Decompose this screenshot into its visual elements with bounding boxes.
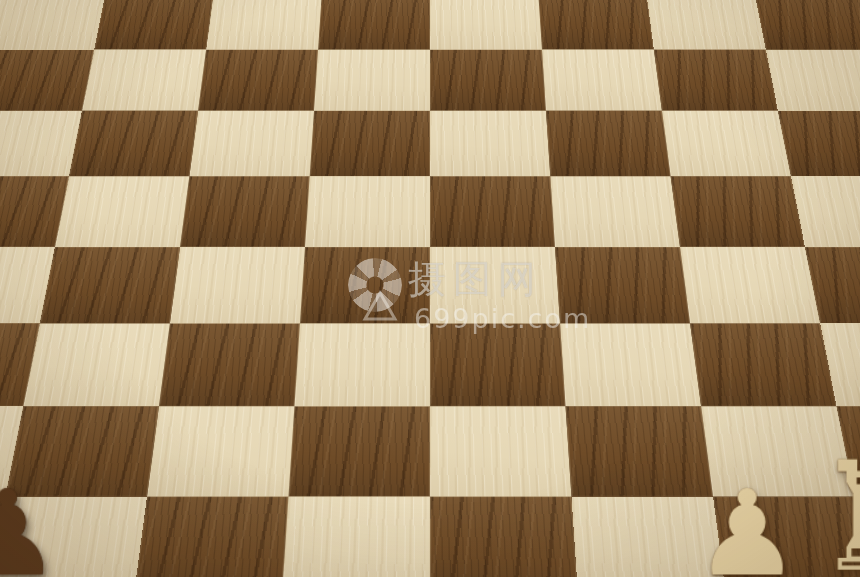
square-e6 xyxy=(170,247,305,323)
watermark-site-url: 699pic.com xyxy=(408,303,591,334)
triangle-icon xyxy=(362,290,398,322)
square-f8: ♝ xyxy=(0,323,40,406)
watermark: 摄图网 699pic.com xyxy=(348,254,591,334)
square-c3 xyxy=(546,110,671,176)
square-a1: ♜ xyxy=(755,0,860,49)
square-d2: ♟ xyxy=(671,176,805,247)
square-d5 xyxy=(305,176,430,247)
square-f7: ♟ xyxy=(23,323,170,406)
square-e2: ♟ xyxy=(680,247,820,323)
watermark-text: 摄图网 699pic.com xyxy=(408,254,591,334)
square-a5 xyxy=(318,0,430,49)
square-f6 xyxy=(159,323,300,406)
square-h3 xyxy=(572,496,727,577)
square-b2: ♟ xyxy=(654,49,778,110)
square-b1: ♞ xyxy=(766,49,860,110)
square-b5 xyxy=(314,49,430,110)
square-h7: ♟ xyxy=(0,496,147,577)
square-c6 xyxy=(189,110,314,176)
square-c5 xyxy=(310,110,430,176)
square-d6 xyxy=(180,176,310,247)
square-g2: ♟ xyxy=(701,406,854,496)
square-a2: ♟ xyxy=(646,0,765,49)
square-g6 xyxy=(147,406,294,496)
square-f4 xyxy=(430,323,566,406)
square-a4 xyxy=(430,0,542,49)
square-b6 xyxy=(198,49,318,110)
square-h4 xyxy=(430,496,578,577)
square-g7: ♟ xyxy=(5,406,158,496)
square-h2: ♟ xyxy=(713,496,860,577)
square-d1: ♛ xyxy=(791,176,860,247)
square-g3 xyxy=(566,406,713,496)
square-a6 xyxy=(206,0,322,49)
square-f1: ♝ xyxy=(820,323,860,406)
watermark-site-name: 摄图网 xyxy=(408,254,591,305)
square-c4 xyxy=(430,110,550,176)
square-d8: ♛ xyxy=(0,176,69,247)
square-g5 xyxy=(288,406,430,496)
square-b8: ♞ xyxy=(0,49,94,110)
square-a8: ♜ xyxy=(0,0,105,49)
square-b7: ♟ xyxy=(82,49,206,110)
square-h6 xyxy=(134,496,289,577)
square-f2: ♟ xyxy=(690,323,837,406)
square-d3 xyxy=(550,176,680,247)
square-f5 xyxy=(294,323,430,406)
square-c8: ♝ xyxy=(0,110,82,176)
square-b3 xyxy=(542,49,662,110)
square-d7: ♟ xyxy=(55,176,189,247)
square-c2: ♟ xyxy=(662,110,791,176)
square-d4 xyxy=(430,176,555,247)
square-a3 xyxy=(538,0,654,49)
chessboard-photo: ♜♟♟♜♞♟♟♞♝♟♟♝♛♟♟♛♚♟♟♚♝♟♟♝♞♟♟♞♜♟♟♜ 摄图网 699… xyxy=(0,0,860,577)
square-a7: ♟ xyxy=(94,0,213,49)
square-c1: ♝ xyxy=(778,110,860,176)
square-c7: ♟ xyxy=(69,110,198,176)
square-b4 xyxy=(430,49,546,110)
square-e7: ♟ xyxy=(40,247,180,323)
square-g4 xyxy=(430,406,572,496)
square-h5 xyxy=(282,496,430,577)
square-f3 xyxy=(560,323,701,406)
